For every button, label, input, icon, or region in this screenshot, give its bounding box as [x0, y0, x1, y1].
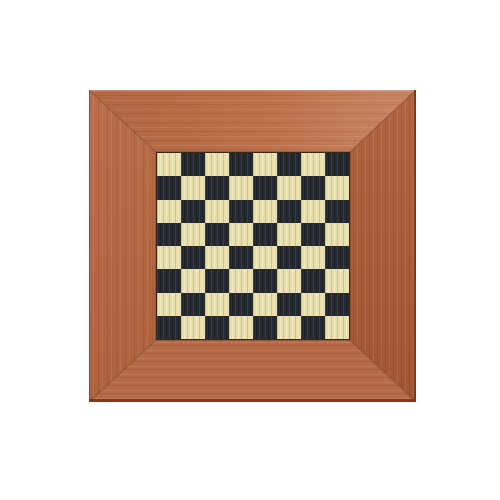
square-r4c3[interactable] [205, 223, 229, 246]
square-r5c3[interactable] [205, 246, 229, 269]
square-r2c1[interactable] [157, 176, 181, 199]
square-r2c2[interactable] [181, 176, 205, 199]
square-r5c1[interactable] [157, 246, 181, 269]
square-r8c6[interactable] [277, 316, 301, 339]
page-background [0, 0, 500, 500]
checkerboard [157, 153, 349, 339]
square-r6c8[interactable] [325, 269, 349, 292]
square-r7c8[interactable] [325, 293, 349, 316]
square-r4c2[interactable] [181, 223, 205, 246]
square-r7c2[interactable] [181, 293, 205, 316]
square-r8c8[interactable] [325, 316, 349, 339]
square-r6c5[interactable] [253, 269, 277, 292]
square-r2c4[interactable] [229, 176, 253, 199]
square-r2c6[interactable] [277, 176, 301, 199]
square-r3c1[interactable] [157, 200, 181, 223]
square-r6c3[interactable] [205, 269, 229, 292]
square-r7c6[interactable] [277, 293, 301, 316]
square-r7c5[interactable] [253, 293, 277, 316]
square-r4c1[interactable] [157, 223, 181, 246]
square-r4c5[interactable] [253, 223, 277, 246]
square-r8c7[interactable] [301, 316, 325, 339]
square-r6c4[interactable] [229, 269, 253, 292]
square-r5c6[interactable] [277, 246, 301, 269]
square-r1c5[interactable] [253, 153, 277, 176]
square-r5c5[interactable] [253, 246, 277, 269]
square-r6c1[interactable] [157, 269, 181, 292]
square-r3c8[interactable] [325, 200, 349, 223]
square-r8c3[interactable] [205, 316, 229, 339]
square-r1c2[interactable] [181, 153, 205, 176]
square-r7c3[interactable] [205, 293, 229, 316]
game-board [89, 90, 416, 402]
square-r1c4[interactable] [229, 153, 253, 176]
square-r4c7[interactable] [301, 223, 325, 246]
square-r4c4[interactable] [229, 223, 253, 246]
square-r1c1[interactable] [157, 153, 181, 176]
square-r4c6[interactable] [277, 223, 301, 246]
square-r7c7[interactable] [301, 293, 325, 316]
square-r5c7[interactable] [301, 246, 325, 269]
square-r3c6[interactable] [277, 200, 301, 223]
square-r5c4[interactable] [229, 246, 253, 269]
square-r3c4[interactable] [229, 200, 253, 223]
square-r5c2[interactable] [181, 246, 205, 269]
square-r1c7[interactable] [301, 153, 325, 176]
square-r4c8[interactable] [325, 223, 349, 246]
square-r6c7[interactable] [301, 269, 325, 292]
square-r7c4[interactable] [229, 293, 253, 316]
square-r7c1[interactable] [157, 293, 181, 316]
square-r6c2[interactable] [181, 269, 205, 292]
square-r8c4[interactable] [229, 316, 253, 339]
square-r3c3[interactable] [205, 200, 229, 223]
square-r1c3[interactable] [205, 153, 229, 176]
square-r5c8[interactable] [325, 246, 349, 269]
square-r8c5[interactable] [253, 316, 277, 339]
square-r2c8[interactable] [325, 176, 349, 199]
square-r6c6[interactable] [277, 269, 301, 292]
square-r1c8[interactable] [325, 153, 349, 176]
square-r1c6[interactable] [277, 153, 301, 176]
square-r2c3[interactable] [205, 176, 229, 199]
square-r2c5[interactable] [253, 176, 277, 199]
square-r8c1[interactable] [157, 316, 181, 339]
square-r3c2[interactable] [181, 200, 205, 223]
square-r2c7[interactable] [301, 176, 325, 199]
square-r8c2[interactable] [181, 316, 205, 339]
square-r3c7[interactable] [301, 200, 325, 223]
square-r3c5[interactable] [253, 200, 277, 223]
